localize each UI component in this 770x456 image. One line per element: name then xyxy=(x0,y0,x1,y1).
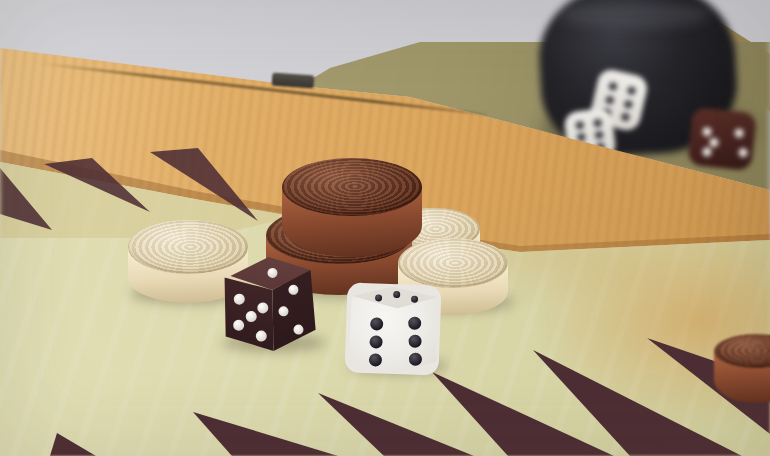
checker-brown-right-edge[interactable] xyxy=(714,334,770,404)
cup-rim-highlight xyxy=(560,2,710,28)
backgammon-photo xyxy=(0,0,770,456)
checker-face xyxy=(282,158,422,216)
cup-die-red[interactable] xyxy=(687,107,757,171)
white-die[interactable] xyxy=(344,282,441,375)
brown-die[interactable] xyxy=(219,250,322,355)
checker-face xyxy=(398,238,508,288)
